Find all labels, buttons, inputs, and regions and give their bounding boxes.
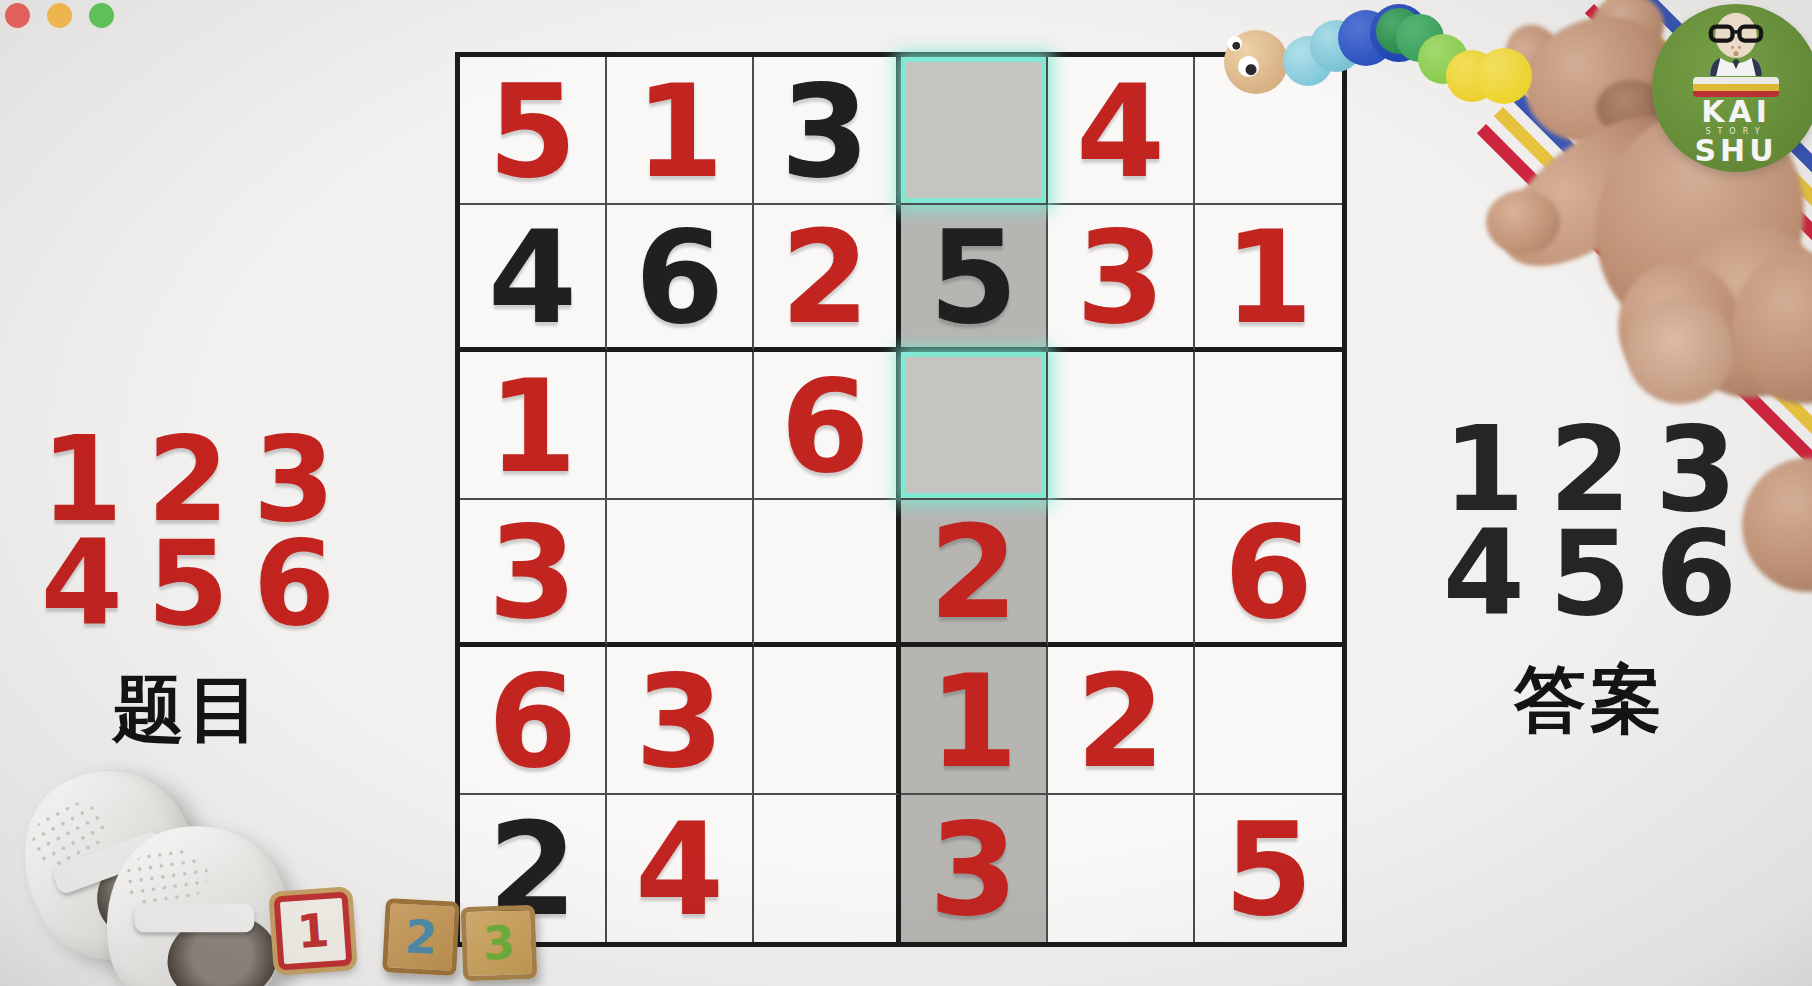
cell-value: 6 (780, 363, 869, 491)
legend-digit: 6 (253, 532, 335, 636)
cell-r5c1: 6 (460, 647, 607, 795)
legend-digit: 4 (41, 532, 123, 636)
cell-value: 1 (1224, 214, 1313, 342)
cell-r4c6: 6 (1195, 500, 1342, 648)
cell-r2c5: 3 (1048, 205, 1195, 353)
window-controls (5, 3, 114, 28)
cell-value: 2 (780, 214, 869, 342)
block-digit: 2 (404, 909, 439, 965)
legend-problem-label: 题目 (38, 662, 338, 758)
video-frame: 1 2 3 4 5 6 题目 1 2 3 4 5 6 答案 5134462531… (0, 0, 1812, 986)
legend-answer-row2: 4 5 6 (1425, 522, 1755, 626)
legend-digit: 6 (1655, 522, 1737, 626)
cell-r5c6 (1195, 647, 1342, 795)
sudoku-board: 51344625311632663122435 (455, 52, 1347, 947)
legend-digit: 5 (147, 532, 229, 636)
legend-answer: 1 2 3 4 5 6 答案 (1425, 418, 1755, 748)
legend-digit: 4 (1443, 522, 1525, 626)
cell-r3c5 (1048, 352, 1195, 500)
block-digit: 1 (295, 903, 331, 959)
brand-line2: SHU (1694, 136, 1777, 166)
cell-r6c2: 4 (607, 795, 754, 943)
number-block-3: 3 (461, 905, 538, 982)
brand-line1: KAI (1701, 97, 1771, 127)
zoom-button[interactable] (89, 3, 114, 28)
cell-r6c3 (754, 795, 901, 943)
cell-value: 6 (1224, 509, 1313, 637)
cell-r1c4 (901, 57, 1048, 205)
cell-r2c6: 1 (1195, 205, 1342, 353)
cell-r3c2 (607, 352, 754, 500)
cell-value: 6 (635, 214, 724, 342)
block-digit: 3 (482, 915, 516, 970)
cell-value: 4 (1076, 68, 1165, 196)
number-block-2: 2 (382, 898, 460, 976)
cell-value: 1 (635, 68, 724, 196)
cell-value: 3 (635, 658, 724, 786)
cell-value: 5 (488, 68, 577, 196)
cell-value: 1 (488, 363, 577, 491)
cell-value: 3 (929, 806, 1018, 934)
cell-r5c4: 1 (901, 647, 1048, 795)
cell-r5c3 (754, 647, 901, 795)
cell-value: 2 (929, 509, 1018, 637)
cell-r1c3: 3 (754, 57, 901, 205)
cell-value: 3 (1076, 214, 1165, 342)
cell-r4c4: 2 (901, 500, 1048, 648)
cell-r4c2 (607, 500, 754, 648)
kaishu-logo: KAI story SHU (1652, 4, 1812, 172)
cell-r6c6: 5 (1195, 795, 1342, 943)
cell-r3c4 (901, 352, 1048, 500)
cell-value: 6 (488, 658, 577, 786)
legend-problem: 1 2 3 4 5 6 题目 (38, 428, 338, 758)
legend-problem-row2: 4 5 6 (38, 532, 338, 636)
cell-value: 2 (1076, 658, 1165, 786)
cell-value: 5 (929, 214, 1018, 342)
cell-r3c6 (1195, 352, 1342, 500)
cell-r2c3: 2 (754, 205, 901, 353)
cell-r6c4: 3 (901, 795, 1048, 943)
cell-value: 4 (635, 806, 724, 934)
cell-r1c1: 5 (460, 57, 607, 205)
close-button[interactable] (5, 3, 30, 28)
kaishu-mascot-face-icon (1698, 12, 1774, 76)
cell-value: 3 (780, 68, 869, 196)
cell-r4c1: 3 (460, 500, 607, 648)
cell-r2c1: 4 (460, 205, 607, 353)
cell-r1c2: 1 (607, 57, 754, 205)
cell-r3c3: 6 (754, 352, 901, 500)
cell-r4c3 (754, 500, 901, 648)
cell-value: 5 (1224, 806, 1313, 934)
cell-r2c4: 5 (901, 205, 1048, 353)
legend-digit: 5 (1549, 522, 1631, 626)
cell-r4c5 (1048, 500, 1195, 648)
caterpillar-eye-icon (1227, 36, 1242, 51)
cell-r6c5 (1048, 795, 1195, 943)
cell-r1c6 (1195, 57, 1342, 205)
cell-r1c5: 4 (1048, 57, 1195, 205)
cell-value: 3 (488, 509, 577, 637)
cell-r3c1: 1 (460, 352, 607, 500)
cell-value: 4 (488, 214, 577, 342)
minimize-button[interactable] (47, 3, 72, 28)
cell-value: 1 (929, 658, 1018, 786)
cell-r2c2: 6 (607, 205, 754, 353)
number-block-1: 1 (274, 892, 353, 971)
legend-answer-label: 答案 (1425, 652, 1755, 748)
cell-r5c5: 2 (1048, 647, 1195, 795)
cell-r5c2: 3 (607, 647, 754, 795)
